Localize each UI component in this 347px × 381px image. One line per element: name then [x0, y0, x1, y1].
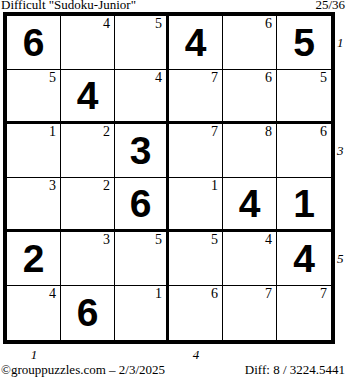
cell-r4c6: 1 — [277, 178, 331, 232]
corner-mark: 3 — [103, 232, 110, 248]
cell-r1c1: 6 — [7, 16, 61, 70]
corner-mark: 8 — [265, 124, 272, 140]
cell-r5c3[interactable]: 5 — [115, 232, 169, 286]
cell-r4c3: 6 — [115, 178, 169, 232]
cell-r3c5[interactable]: 8 — [223, 124, 277, 178]
cell-r5c6: 4 — [277, 232, 331, 286]
given-digit: 2 — [7, 232, 60, 285]
puzzle-page: Difficult "Sudoku-Junior" 25/36 64546554… — [0, 0, 347, 381]
cell-r5c2[interactable]: 3 — [61, 232, 115, 286]
cell-r5c5[interactable]: 4 — [223, 232, 277, 286]
col-label-1: 1 — [31, 347, 38, 363]
row-label-5: 5 — [337, 251, 344, 267]
row-label-3: 3 — [337, 143, 344, 159]
cell-r6c5[interactable]: 7 — [223, 286, 277, 340]
cell-r4c1[interactable]: 3 — [7, 178, 61, 232]
given-digit: 6 — [61, 286, 114, 340]
corner-mark: 4 — [155, 70, 162, 86]
cell-r5c1: 2 — [7, 232, 61, 286]
cell-r1c6: 5 — [277, 16, 331, 70]
corner-mark: 1 — [49, 124, 56, 140]
header: Difficult "Sudoku-Junior" 25/36 — [1, 0, 345, 12]
cell-r2c4[interactable]: 7 — [169, 70, 223, 124]
corner-mark: 2 — [103, 124, 110, 140]
corner-mark: 7 — [265, 286, 272, 302]
cell-r4c2[interactable]: 2 — [61, 178, 115, 232]
corner-mark: 4 — [49, 286, 56, 302]
cell-r2c1[interactable]: 5 — [7, 70, 61, 124]
corner-mark: 4 — [265, 232, 272, 248]
cell-r2c5[interactable]: 6 — [223, 70, 277, 124]
given-digit: 6 — [7, 16, 60, 69]
row-label-1: 1 — [337, 35, 344, 51]
corner-mark: 1 — [155, 286, 162, 302]
copyright-date: ©grouppuzzles.com – 2/3/2025 — [1, 363, 165, 377]
corner-mark: 5 — [155, 232, 162, 248]
corner-mark: 7 — [320, 286, 327, 302]
cell-r1c5[interactable]: 6 — [223, 16, 277, 70]
cell-r3c6[interactable]: 6 — [277, 124, 331, 178]
difficulty-rating: Diff: 8 / 3224.5441 — [245, 363, 345, 377]
cell-r1c3[interactable]: 5 — [115, 16, 169, 70]
corner-mark: 5 — [155, 16, 162, 32]
col-label-4: 4 — [193, 347, 200, 363]
puzzle-title: Difficult "Sudoku-Junior" — [1, 0, 136, 12]
corner-mark: 4 — [103, 16, 110, 32]
cell-r3c2[interactable]: 2 — [61, 124, 115, 178]
corner-mark: 1 — [211, 178, 218, 194]
cell-r2c6[interactable]: 5 — [277, 70, 331, 124]
given-digit: 4 — [223, 178, 276, 229]
cell-r1c2[interactable]: 4 — [61, 16, 115, 70]
given-digit: 4 — [169, 16, 222, 69]
given-digit: 6 — [115, 178, 166, 229]
given-digit: 3 — [115, 124, 166, 177]
cell-r3c1[interactable]: 1 — [7, 124, 61, 178]
corner-mark: 7 — [211, 124, 218, 140]
cell-r6c4[interactable]: 6 — [169, 286, 223, 340]
corner-mark: 3 — [49, 178, 56, 194]
given-digit: 4 — [277, 232, 331, 285]
cell-r3c4[interactable]: 7 — [169, 124, 223, 178]
corner-mark: 7 — [211, 70, 218, 86]
corner-mark: 6 — [320, 124, 327, 140]
cell-r6c6[interactable]: 7 — [277, 286, 331, 340]
cell-r6c2: 6 — [61, 286, 115, 340]
cell-r2c2: 4 — [61, 70, 115, 124]
cell-r3c3: 3 — [115, 124, 169, 178]
cell-r2c3[interactable]: 4 — [115, 70, 169, 124]
sudoku-board: 645465544765123786326141235544461677 — [3, 12, 335, 344]
cell-r1c4: 4 — [169, 16, 223, 70]
cell-counter: 25/36 — [315, 0, 345, 12]
given-digit: 1 — [277, 178, 331, 229]
corner-mark: 5 — [211, 232, 218, 248]
cell-r6c1[interactable]: 4 — [7, 286, 61, 340]
corner-mark: 6 — [265, 16, 272, 32]
corner-mark: 2 — [103, 178, 110, 194]
corner-mark: 6 — [265, 70, 272, 86]
cell-r4c4[interactable]: 1 — [169, 178, 223, 232]
given-digit: 5 — [277, 16, 331, 69]
corner-mark: 5 — [49, 70, 56, 86]
cell-r4c5: 4 — [223, 178, 277, 232]
given-digit: 4 — [61, 70, 114, 121]
cell-r5c4[interactable]: 5 — [169, 232, 223, 286]
corner-mark: 6 — [211, 286, 218, 302]
footer: ©grouppuzzles.com – 2/3/2025 Diff: 8 / 3… — [1, 363, 345, 377]
corner-mark: 5 — [320, 70, 327, 86]
cell-r6c3[interactable]: 1 — [115, 286, 169, 340]
